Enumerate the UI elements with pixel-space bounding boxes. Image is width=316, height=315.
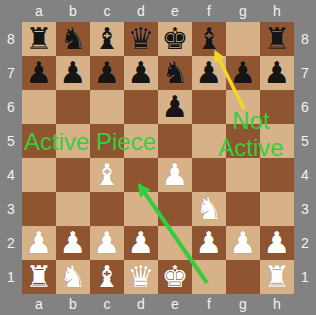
- rank-label-8: 8: [294, 22, 316, 56]
- piece-black-bishop-f8[interactable]: ♝: [192, 22, 226, 56]
- file-label-e: e: [158, 0, 192, 22]
- square-a3[interactable]: [22, 192, 56, 226]
- file-label-h: h: [260, 293, 294, 315]
- square-d7[interactable]: ♟: [124, 56, 158, 90]
- piece-white-rook-h1[interactable]: ♜: [260, 260, 294, 294]
- square-g2[interactable]: ♟: [226, 226, 260, 260]
- square-f1[interactable]: [192, 260, 226, 294]
- piece-black-knight-e7[interactable]: ♞: [158, 56, 192, 90]
- piece-white-pawn-b2[interactable]: ♟: [56, 226, 90, 260]
- piece-black-pawn-d7[interactable]: ♟: [124, 56, 158, 90]
- piece-black-pawn-b7[interactable]: ♟: [56, 56, 90, 90]
- square-b8[interactable]: ♞: [56, 22, 90, 56]
- square-f4[interactable]: [192, 158, 226, 192]
- square-f2[interactable]: ♟: [192, 226, 226, 260]
- square-e1[interactable]: ♚: [158, 260, 192, 294]
- rank-label-6: 6: [0, 90, 22, 124]
- square-c1[interactable]: ♝: [90, 260, 124, 294]
- square-g3[interactable]: [226, 192, 260, 226]
- piece-black-rook-h8[interactable]: ♜: [260, 22, 294, 56]
- rank-label-5: 5: [0, 124, 22, 158]
- square-h1[interactable]: ♜: [260, 260, 294, 294]
- rank-label-1: 1: [0, 260, 22, 294]
- square-e8[interactable]: ♚: [158, 22, 192, 56]
- square-f5[interactable]: [192, 124, 226, 158]
- rank-label-4: 4: [0, 158, 22, 192]
- piece-white-rook-a1[interactable]: ♜: [22, 260, 56, 294]
- square-c4[interactable]: ♝: [90, 158, 124, 192]
- piece-black-king-e8[interactable]: ♚: [158, 22, 192, 56]
- piece-white-bishop-c4[interactable]: ♝: [90, 158, 124, 192]
- file-labels-top: abcdefgh: [22, 0, 294, 22]
- square-a1[interactable]: ♜: [22, 260, 56, 294]
- rank-label-3: 3: [294, 192, 316, 226]
- square-e2[interactable]: [158, 226, 192, 260]
- square-h3[interactable]: [260, 192, 294, 226]
- file-label-f: f: [192, 293, 226, 315]
- square-h6[interactable]: [260, 90, 294, 124]
- file-label-d: d: [124, 293, 158, 315]
- square-g5[interactable]: [226, 124, 260, 158]
- square-h2[interactable]: ♟: [260, 226, 294, 260]
- square-h5[interactable]: [260, 124, 294, 158]
- square-g7[interactable]: ♟: [226, 56, 260, 90]
- square-d3[interactable]: [124, 192, 158, 226]
- rank-label-4: 4: [294, 158, 316, 192]
- square-a4[interactable]: [22, 158, 56, 192]
- piece-white-king-e1[interactable]: ♚: [158, 260, 192, 294]
- piece-black-queen-d8[interactable]: ♛: [124, 22, 158, 56]
- square-b1[interactable]: ♞: [56, 260, 90, 294]
- square-b2[interactable]: ♟: [56, 226, 90, 260]
- rank-label-3: 3: [0, 192, 22, 226]
- piece-white-queen-d1[interactable]: ♛: [124, 260, 158, 294]
- square-b7[interactable]: ♟: [56, 56, 90, 90]
- piece-white-pawn-h2[interactable]: ♟: [260, 226, 294, 260]
- file-label-f: f: [192, 0, 226, 22]
- rank-label-5: 5: [294, 124, 316, 158]
- file-label-d: d: [124, 0, 158, 22]
- piece-black-bishop-c8[interactable]: ♝: [90, 22, 124, 56]
- file-label-g: g: [226, 0, 260, 22]
- piece-white-knight-f3[interactable]: ♞: [192, 192, 226, 226]
- square-g6[interactable]: [226, 90, 260, 124]
- square-e4[interactable]: ♟: [158, 158, 192, 192]
- file-label-h: h: [260, 0, 294, 22]
- piece-black-pawn-h7[interactable]: ♟: [260, 56, 294, 90]
- square-c7[interactable]: ♟: [90, 56, 124, 90]
- square-d2[interactable]: ♟: [124, 226, 158, 260]
- piece-white-pawn-c2[interactable]: ♟: [90, 226, 124, 260]
- square-d8[interactable]: ♛: [124, 22, 158, 56]
- file-label-e: e: [158, 293, 192, 315]
- square-f8[interactable]: ♝: [192, 22, 226, 56]
- piece-black-rook-a8[interactable]: ♜: [22, 22, 56, 56]
- file-labels-bottom: abcdefgh: [22, 293, 294, 315]
- file-label-a: a: [22, 293, 56, 315]
- square-d1[interactable]: ♛: [124, 260, 158, 294]
- piece-white-pawn-g2[interactable]: ♟: [226, 226, 260, 260]
- piece-white-pawn-e4[interactable]: ♟: [158, 158, 192, 192]
- rank-labels-right: 87654321: [294, 22, 316, 294]
- square-g4[interactable]: [226, 158, 260, 192]
- square-e5[interactable]: [158, 124, 192, 158]
- rank-labels-left: 87654321: [0, 22, 22, 294]
- square-g8[interactable]: [226, 22, 260, 56]
- square-c5[interactable]: [90, 124, 124, 158]
- rank-label-7: 7: [0, 56, 22, 90]
- rank-label-2: 2: [0, 226, 22, 260]
- square-b3[interactable]: [56, 192, 90, 226]
- rank-label-1: 1: [294, 260, 316, 294]
- chess-board[interactable]: ♜♞♝♛♚♝♜♟♟♟♟♞♟♟♟♟♝♟♞♟♟♟♟♟♟♟♜♞♝♛♚♜: [22, 22, 294, 294]
- square-h4[interactable]: [260, 158, 294, 192]
- square-d5[interactable]: [124, 124, 158, 158]
- square-d6[interactable]: [124, 90, 158, 124]
- square-c3[interactable]: [90, 192, 124, 226]
- square-c8[interactable]: ♝: [90, 22, 124, 56]
- square-f6[interactable]: [192, 90, 226, 124]
- piece-black-pawn-c7[interactable]: ♟: [90, 56, 124, 90]
- file-label-c: c: [90, 0, 124, 22]
- square-e6[interactable]: ♟: [158, 90, 192, 124]
- piece-white-pawn-d2[interactable]: ♟: [124, 226, 158, 260]
- chess-tutorial-screenshot: abcdefgh abcdefgh 87654321 87654321 ♜♞♝♛…: [0, 0, 316, 315]
- file-label-b: b: [56, 293, 90, 315]
- square-e3[interactable]: [158, 192, 192, 226]
- rank-label-7: 7: [294, 56, 316, 90]
- piece-black-pawn-g7[interactable]: ♟: [226, 56, 260, 90]
- square-h7[interactable]: ♟: [260, 56, 294, 90]
- square-b5[interactable]: [56, 124, 90, 158]
- square-e7[interactable]: ♞: [158, 56, 192, 90]
- piece-white-knight-b1[interactable]: ♞: [56, 260, 90, 294]
- square-h8[interactable]: ♜: [260, 22, 294, 56]
- piece-white-pawn-a2[interactable]: ♟: [22, 226, 56, 260]
- square-a5[interactable]: [22, 124, 56, 158]
- square-a7[interactable]: ♟: [22, 56, 56, 90]
- piece-black-pawn-a7[interactable]: ♟: [22, 56, 56, 90]
- square-f7[interactable]: ♟: [192, 56, 226, 90]
- piece-white-bishop-c1[interactable]: ♝: [90, 260, 124, 294]
- square-a2[interactable]: ♟: [22, 226, 56, 260]
- square-a6[interactable]: [22, 90, 56, 124]
- rank-label-2: 2: [294, 226, 316, 260]
- piece-white-pawn-f2[interactable]: ♟: [192, 226, 226, 260]
- square-b6[interactable]: [56, 90, 90, 124]
- file-label-c: c: [90, 293, 124, 315]
- piece-black-pawn-e6[interactable]: ♟: [158, 90, 192, 124]
- square-c2[interactable]: ♟: [90, 226, 124, 260]
- rank-label-6: 6: [294, 90, 316, 124]
- file-label-a: a: [22, 0, 56, 22]
- piece-black-pawn-f7[interactable]: ♟: [192, 56, 226, 90]
- square-g1[interactable]: [226, 260, 260, 294]
- piece-black-knight-b8[interactable]: ♞: [56, 22, 90, 56]
- square-b4[interactable]: [56, 158, 90, 192]
- square-a8[interactable]: ♜: [22, 22, 56, 56]
- square-c6[interactable]: [90, 90, 124, 124]
- square-d4[interactable]: [124, 158, 158, 192]
- file-label-g: g: [226, 293, 260, 315]
- rank-label-8: 8: [0, 22, 22, 56]
- square-f3[interactable]: ♞: [192, 192, 226, 226]
- file-label-b: b: [56, 0, 90, 22]
